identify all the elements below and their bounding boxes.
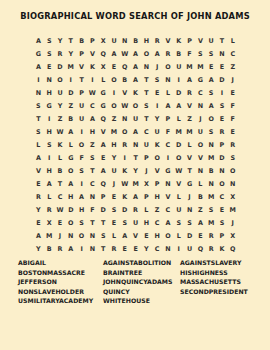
grid-cell-r14c9[interactable]: D — [119, 203, 130, 216]
grid-cell-r13c15[interactable]: J — [184, 190, 195, 203]
grid-cell-r4c3[interactable]: O — [55, 73, 66, 86]
grid-cell-r15c2[interactable]: X — [44, 216, 55, 229]
grid-cell-r1c13[interactable]: V — [163, 34, 174, 47]
grid-cell-r3c12[interactable]: J — [152, 60, 163, 73]
grid-cell-r7c8[interactable]: Z — [109, 112, 120, 125]
grid-cell-r6c1[interactable]: S — [33, 99, 44, 112]
grid-cell-r1c4[interactable]: T — [65, 34, 76, 47]
grid-cell-r12c8[interactable]: J — [109, 177, 120, 190]
grid-cell-r4c13[interactable]: N — [163, 73, 174, 86]
grid-cell-r5c16[interactable]: C — [195, 86, 206, 99]
grid-cell-r9c2[interactable]: S — [44, 138, 55, 151]
grid-cell-r1c14[interactable]: K — [173, 34, 184, 47]
grid-cell-r3c2[interactable]: E — [44, 60, 55, 73]
grid-cell-r8c5[interactable]: I — [76, 125, 87, 138]
grid-cell-r12c2[interactable]: A — [44, 177, 55, 190]
grid-cell-r16c5[interactable]: O — [76, 229, 87, 242]
grid-cell-r13c19[interactable]: X — [227, 190, 238, 203]
grid-cell-r16c3[interactable]: J — [55, 229, 66, 242]
grid-cell-r9c7[interactable]: A — [98, 138, 109, 151]
grid-cell-r12c15[interactable]: G — [184, 177, 195, 190]
grid-cell-r7c5[interactable]: U — [76, 112, 87, 125]
grid-cell-r7c3[interactable]: Z — [55, 112, 66, 125]
grid-cell-r2c11[interactable]: O — [141, 47, 152, 60]
grid-cell-r6c9[interactable]: W — [119, 99, 130, 112]
grid-cell-r17c4[interactable]: A — [65, 242, 76, 255]
grid-cell-r15c14[interactable]: S — [173, 216, 184, 229]
grid-cell-r16c7[interactable]: S — [98, 229, 109, 242]
grid-cell-r9c11[interactable]: U — [141, 138, 152, 151]
grid-cell-r13c3[interactable]: C — [55, 190, 66, 203]
grid-cell-r15c18[interactable]: S — [217, 216, 228, 229]
grid-cell-r7c13[interactable]: P — [163, 112, 174, 125]
grid-cell-r14c10[interactable]: R — [130, 203, 141, 216]
grid-cell-r15c19[interactable]: J — [227, 216, 238, 229]
grid-cell-r5c12[interactable]: E — [152, 86, 163, 99]
grid-cell-r12c6[interactable]: C — [87, 177, 98, 190]
grid-cell-r11c19[interactable]: O — [227, 164, 238, 177]
grid-cell-r2c1[interactable]: G — [33, 47, 44, 60]
grid-cell-r1c2[interactable]: S — [44, 34, 55, 47]
grid-cell-r10c12[interactable]: O — [152, 151, 163, 164]
grid-cell-r16c18[interactable]: P — [217, 229, 228, 242]
grid-cell-r9c15[interactable]: L — [184, 138, 195, 151]
grid-cell-r5c7[interactable]: G — [98, 86, 109, 99]
grid-cell-r3c17[interactable]: E — [206, 60, 217, 73]
grid-cell-r17c2[interactable]: B — [44, 242, 55, 255]
grid-cell-r17c5[interactable]: I — [76, 242, 87, 255]
grid-cell-r17c6[interactable]: N — [87, 242, 98, 255]
grid-cell-r6c2[interactable]: G — [44, 99, 55, 112]
grid-cell-r8c1[interactable]: S — [33, 125, 44, 138]
grid-cell-r5c19[interactable]: E — [227, 86, 238, 99]
grid-cell-r6c4[interactable]: Z — [65, 99, 76, 112]
grid-cell-r2c5[interactable]: P — [76, 47, 87, 60]
grid-cell-r13c18[interactable]: C — [217, 190, 228, 203]
grid-cell-r7c10[interactable]: U — [130, 112, 141, 125]
grid-cell-r2c2[interactable]: S — [44, 47, 55, 60]
grid-cell-r2c7[interactable]: Q — [98, 47, 109, 60]
grid-cell-r10c16[interactable]: V — [195, 151, 206, 164]
grid-cell-r10c17[interactable]: M — [206, 151, 217, 164]
grid-cell-r2c12[interactable]: A — [152, 47, 163, 60]
grid-cell-r1c3[interactable]: Y — [55, 34, 66, 47]
grid-cell-r17c17[interactable]: R — [206, 242, 217, 255]
grid-cell-r11c16[interactable]: N — [195, 164, 206, 177]
grid-cell-r4c18[interactable]: D — [217, 73, 228, 86]
grid-cell-r11c14[interactable]: W — [173, 164, 184, 177]
grid-cell-r1c9[interactable]: N — [119, 34, 130, 47]
grid-cell-r3c14[interactable]: U — [173, 60, 184, 73]
grid-cell-r5c1[interactable]: N — [33, 86, 44, 99]
grid-cell-r1c18[interactable]: T — [217, 34, 228, 47]
grid-cell-r12c17[interactable]: N — [206, 177, 217, 190]
grid-cell-r15c9[interactable]: S — [119, 216, 130, 229]
grid-cell-r17c3[interactable]: R — [55, 242, 66, 255]
grid-cell-r16c16[interactable]: E — [195, 229, 206, 242]
grid-cell-r7c1[interactable]: T — [33, 112, 44, 125]
grid-cell-r10c3[interactable]: L — [55, 151, 66, 164]
grid-cell-r2c15[interactable]: F — [184, 47, 195, 60]
grid-cell-r14c17[interactable]: S — [206, 203, 217, 216]
grid-cell-r3c10[interactable]: A — [130, 60, 141, 73]
grid-cell-r8c13[interactable]: F — [163, 125, 174, 138]
grid-cell-r17c7[interactable]: T — [98, 242, 109, 255]
grid-cell-r1c15[interactable]: P — [184, 34, 195, 47]
grid-cell-r2c3[interactable]: R — [55, 47, 66, 60]
grid-cell-r17c9[interactable]: E — [119, 242, 130, 255]
grid-cell-r5c17[interactable]: S — [206, 86, 217, 99]
grid-cell-r16c6[interactable]: N — [87, 229, 98, 242]
grid-cell-r15c6[interactable]: T — [87, 216, 98, 229]
grid-cell-r9c12[interactable]: K — [152, 138, 163, 151]
grid-cell-r3c4[interactable]: M — [65, 60, 76, 73]
grid-cell-r8c10[interactable]: A — [130, 125, 141, 138]
grid-cell-r5c18[interactable]: I — [217, 86, 228, 99]
grid-cell-r12c7[interactable]: Q — [98, 177, 109, 190]
grid-cell-r12c13[interactable]: N — [163, 177, 174, 190]
grid-cell-r13c7[interactable]: P — [98, 190, 109, 203]
grid-cell-r14c15[interactable]: N — [184, 203, 195, 216]
grid-cell-r8c3[interactable]: W — [55, 125, 66, 138]
grid-cell-r6c17[interactable]: A — [206, 99, 217, 112]
grid-cell-r12c14[interactable]: V — [173, 177, 184, 190]
grid-cell-r5c15[interactable]: R — [184, 86, 195, 99]
grid-cell-r1c10[interactable]: B — [130, 34, 141, 47]
grid-cell-r13c2[interactable]: L — [44, 190, 55, 203]
grid-cell-r2c17[interactable]: S — [206, 47, 217, 60]
grid-cell-r14c6[interactable]: F — [87, 203, 98, 216]
grid-cell-r8c16[interactable]: U — [195, 125, 206, 138]
grid-cell-r10c4[interactable]: G — [65, 151, 76, 164]
grid-cell-r9c3[interactable]: K — [55, 138, 66, 151]
grid-cell-r8c12[interactable]: U — [152, 125, 163, 138]
grid-cell-r6c14[interactable]: A — [173, 99, 184, 112]
grid-cell-r15c16[interactable]: A — [195, 216, 206, 229]
grid-cell-r9c16[interactable]: O — [195, 138, 206, 151]
grid-cell-r5c10[interactable]: K — [130, 86, 141, 99]
grid-cell-r11c17[interactable]: B — [206, 164, 217, 177]
grid-cell-r17c16[interactable]: Q — [195, 242, 206, 255]
grid-cell-r14c2[interactable]: R — [44, 203, 55, 216]
grid-cell-r7c14[interactable]: L — [173, 112, 184, 125]
grid-cell-r16c8[interactable]: L — [109, 229, 120, 242]
grid-cell-r11c1[interactable]: V — [33, 164, 44, 177]
grid-cell-r3c8[interactable]: E — [109, 60, 120, 73]
grid-cell-r14c11[interactable]: L — [141, 203, 152, 216]
grid-cell-r14c4[interactable]: D — [65, 203, 76, 216]
grid-cell-r7c9[interactable]: N — [119, 112, 130, 125]
grid-cell-r10c19[interactable]: S — [227, 151, 238, 164]
grid-cell-r1c11[interactable]: H — [141, 34, 152, 47]
grid-cell-r3c19[interactable]: Z — [227, 60, 238, 73]
grid-cell-r11c3[interactable]: B — [55, 164, 66, 177]
grid-cell-r17c18[interactable]: K — [217, 242, 228, 255]
grid-cell-r7c18[interactable]: E — [217, 112, 228, 125]
grid-cell-r15c8[interactable]: E — [109, 216, 120, 229]
grid-cell-r13c11[interactable]: P — [141, 190, 152, 203]
grid-cell-r6c11[interactable]: S — [141, 99, 152, 112]
grid-cell-r14c12[interactable]: Z — [152, 203, 163, 216]
grid-cell-r17c1[interactable]: Y — [33, 242, 44, 255]
grid-cell-r13c16[interactable]: B — [195, 190, 206, 203]
grid-cell-r10c15[interactable]: V — [184, 151, 195, 164]
grid-cell-r12c3[interactable]: T — [55, 177, 66, 190]
grid-cell-r12c12[interactable]: P — [152, 177, 163, 190]
grid-cell-r16c10[interactable]: V — [130, 229, 141, 242]
grid-cell-r3c7[interactable]: X — [98, 60, 109, 73]
grid-cell-r2c10[interactable]: A — [130, 47, 141, 60]
grid-cell-r8c6[interactable]: H — [87, 125, 98, 138]
grid-cell-r13c4[interactable]: H — [65, 190, 76, 203]
grid-cell-r17c13[interactable]: N — [163, 242, 174, 255]
grid-cell-r16c11[interactable]: E — [141, 229, 152, 242]
grid-cell-r8c9[interactable]: O — [119, 125, 130, 138]
grid-cell-r1c19[interactable]: L — [227, 34, 238, 47]
grid-cell-r13c12[interactable]: H — [152, 190, 163, 203]
grid-cell-r4c17[interactable]: A — [206, 73, 217, 86]
grid-cell-r15c1[interactable]: E — [33, 216, 44, 229]
grid-cell-r8c8[interactable]: M — [109, 125, 120, 138]
grid-cell-r11c4[interactable]: O — [65, 164, 76, 177]
grid-cell-r11c12[interactable]: V — [152, 164, 163, 177]
grid-cell-r14c16[interactable]: Z — [195, 203, 206, 216]
grid-cell-r13c13[interactable]: V — [163, 190, 174, 203]
grid-cell-r7c17[interactable]: O — [206, 112, 217, 125]
grid-cell-r10c6[interactable]: S — [87, 151, 98, 164]
grid-cell-r7c11[interactable]: T — [141, 112, 152, 125]
grid-cell-r2c16[interactable]: S — [195, 47, 206, 60]
grid-cell-r10c18[interactable]: D — [217, 151, 228, 164]
grid-cell-r5c9[interactable]: V — [119, 86, 130, 99]
grid-cell-r11c7[interactable]: A — [98, 164, 109, 177]
grid-cell-r6c5[interactable]: U — [76, 99, 87, 112]
grid-cell-r10c10[interactable]: T — [130, 151, 141, 164]
grid-cell-r1c7[interactable]: X — [98, 34, 109, 47]
grid-cell-r10c13[interactable]: I — [163, 151, 174, 164]
grid-cell-r10c9[interactable]: I — [119, 151, 130, 164]
grid-cell-r12c19[interactable]: N — [227, 177, 238, 190]
grid-cell-r12c1[interactable]: E — [33, 177, 44, 190]
grid-cell-r15c5[interactable]: S — [76, 216, 87, 229]
grid-cell-r5c13[interactable]: L — [163, 86, 174, 99]
grid-cell-r9c13[interactable]: C — [163, 138, 174, 151]
grid-cell-r6c15[interactable]: V — [184, 99, 195, 112]
grid-cell-r1c17[interactable]: U — [206, 34, 217, 47]
grid-cell-r13c8[interactable]: E — [109, 190, 120, 203]
grid-cell-r17c10[interactable]: E — [130, 242, 141, 255]
grid-cell-r13c14[interactable]: L — [173, 190, 184, 203]
grid-cell-r9c14[interactable]: D — [173, 138, 184, 151]
grid-cell-r3c18[interactable]: E — [217, 60, 228, 73]
grid-cell-r11c11[interactable]: J — [141, 164, 152, 177]
grid-cell-r8c4[interactable]: A — [65, 125, 76, 138]
grid-cell-r3c13[interactable]: O — [163, 60, 174, 73]
grid-cell-r1c16[interactable]: V — [195, 34, 206, 47]
grid-cell-r6c12[interactable]: I — [152, 99, 163, 112]
grid-cell-r15c12[interactable]: C — [152, 216, 163, 229]
grid-cell-r4c5[interactable]: T — [76, 73, 87, 86]
grid-cell-r8c7[interactable]: V — [98, 125, 109, 138]
grid-cell-r9c9[interactable]: R — [119, 138, 130, 151]
grid-cell-r10c14[interactable]: O — [173, 151, 184, 164]
grid-cell-r9c1[interactable]: L — [33, 138, 44, 151]
grid-cell-r15c13[interactable]: A — [163, 216, 174, 229]
grid-cell-r4c2[interactable]: N — [44, 73, 55, 86]
grid-cell-r4c1[interactable]: I — [33, 73, 44, 86]
grid-cell-r16c4[interactable]: N — [65, 229, 76, 242]
grid-cell-r9c17[interactable]: N — [206, 138, 217, 151]
grid-cell-r10c2[interactable]: I — [44, 151, 55, 164]
grid-cell-r9c6[interactable]: Z — [87, 138, 98, 151]
grid-cell-r8c15[interactable]: M — [184, 125, 195, 138]
grid-cell-r5c14[interactable]: D — [173, 86, 184, 99]
grid-cell-r6c10[interactable]: O — [130, 99, 141, 112]
grid-cell-r2c6[interactable]: V — [87, 47, 98, 60]
grid-cell-r6c16[interactable]: N — [195, 99, 206, 112]
grid-cell-r5c2[interactable]: H — [44, 86, 55, 99]
grid-cell-r6c13[interactable]: A — [163, 99, 174, 112]
grid-cell-r11c6[interactable]: T — [87, 164, 98, 177]
grid-cell-r7c12[interactable]: Y — [152, 112, 163, 125]
grid-cell-r1c1[interactable]: A — [33, 34, 44, 47]
grid-cell-r3c9[interactable]: Q — [119, 60, 130, 73]
grid-cell-r17c14[interactable]: I — [173, 242, 184, 255]
grid-cell-r11c9[interactable]: K — [119, 164, 130, 177]
grid-cell-r4c4[interactable]: I — [65, 73, 76, 86]
grid-cell-r6c18[interactable]: S — [217, 99, 228, 112]
grid-cell-r4c7[interactable]: L — [98, 73, 109, 86]
grid-cell-r6c3[interactable]: Y — [55, 99, 66, 112]
grid-cell-r5c6[interactable]: W — [87, 86, 98, 99]
grid-cell-r3c1[interactable]: A — [33, 60, 44, 73]
grid-cell-r15c15[interactable]: S — [184, 216, 195, 229]
grid-cell-r3c6[interactable]: K — [87, 60, 98, 73]
grid-cell-r15c11[interactable]: H — [141, 216, 152, 229]
grid-cell-r13c17[interactable]: M — [206, 190, 217, 203]
grid-cell-r2c19[interactable]: C — [227, 47, 238, 60]
grid-cell-r6c7[interactable]: G — [98, 99, 109, 112]
grid-cell-r9c19[interactable]: R — [227, 138, 238, 151]
grid-cell-r1c6[interactable]: P — [87, 34, 98, 47]
grid-cell-r4c16[interactable]: G — [195, 73, 206, 86]
grid-cell-r1c12[interactable]: R — [152, 34, 163, 47]
grid-cell-r14c13[interactable]: C — [163, 203, 174, 216]
grid-cell-r7c2[interactable]: I — [44, 112, 55, 125]
grid-cell-r4c11[interactable]: T — [141, 73, 152, 86]
grid-cell-r2c9[interactable]: W — [119, 47, 130, 60]
grid-cell-r3c11[interactable]: N — [141, 60, 152, 73]
grid-cell-r2c4[interactable]: Y — [65, 47, 76, 60]
grid-cell-r10c11[interactable]: P — [141, 151, 152, 164]
grid-cell-r13c6[interactable]: N — [87, 190, 98, 203]
grid-cell-r10c7[interactable]: E — [98, 151, 109, 164]
grid-cell-r4c10[interactable]: A — [130, 73, 141, 86]
grid-cell-r11c10[interactable]: Y — [130, 164, 141, 177]
grid-cell-r4c14[interactable]: I — [173, 73, 184, 86]
grid-cell-r16c9[interactable]: A — [119, 229, 130, 242]
grid-cell-r14c3[interactable]: W — [55, 203, 66, 216]
grid-cell-r16c12[interactable]: H — [152, 229, 163, 242]
grid-cell-r14c7[interactable]: D — [98, 203, 109, 216]
grid-cell-r6c6[interactable]: C — [87, 99, 98, 112]
grid-cell-r7c15[interactable]: Z — [184, 112, 195, 125]
grid-cell-r15c7[interactable]: T — [98, 216, 109, 229]
grid-cell-r4c9[interactable]: B — [119, 73, 130, 86]
grid-cell-r9c4[interactable]: L — [65, 138, 76, 151]
grid-cell-r12c5[interactable]: I — [76, 177, 87, 190]
grid-cell-r14c1[interactable]: Y — [33, 203, 44, 216]
grid-cell-r1c8[interactable]: U — [109, 34, 120, 47]
grid-cell-r14c18[interactable]: E — [217, 203, 228, 216]
grid-cell-r7c6[interactable]: A — [87, 112, 98, 125]
grid-cell-r16c14[interactable]: L — [173, 229, 184, 242]
grid-cell-r9c8[interactable]: H — [109, 138, 120, 151]
grid-cell-r3c3[interactable]: D — [55, 60, 66, 73]
grid-cell-r7c4[interactable]: B — [65, 112, 76, 125]
grid-cell-r16c1[interactable]: A — [33, 229, 44, 242]
grid-cell-r2c8[interactable]: A — [109, 47, 120, 60]
grid-cell-r4c8[interactable]: O — [109, 73, 120, 86]
grid-cell-r7c7[interactable]: Q — [98, 112, 109, 125]
grid-cell-r13c1[interactable]: R — [33, 190, 44, 203]
grid-cell-r12c16[interactable]: L — [195, 177, 206, 190]
grid-cell-r15c17[interactable]: M — [206, 216, 217, 229]
grid-cell-r5c8[interactable]: I — [109, 86, 120, 99]
grid-cell-r12c10[interactable]: M — [130, 177, 141, 190]
grid-cell-r8c14[interactable]: M — [173, 125, 184, 138]
grid-cell-r13c5[interactable]: A — [76, 190, 87, 203]
grid-cell-r15c4[interactable]: O — [65, 216, 76, 229]
grid-cell-r14c19[interactable]: M — [227, 203, 238, 216]
grid-cell-r2c14[interactable]: B — [173, 47, 184, 60]
grid-cell-r4c19[interactable]: J — [227, 73, 238, 86]
grid-cell-r8c2[interactable]: H — [44, 125, 55, 138]
grid-cell-r3c15[interactable]: M — [184, 60, 195, 73]
grid-cell-r17c8[interactable]: R — [109, 242, 120, 255]
grid-cell-r10c5[interactable]: F — [76, 151, 87, 164]
grid-cell-r16c2[interactable]: M — [44, 229, 55, 242]
grid-cell-r14c14[interactable]: U — [173, 203, 184, 216]
grid-cell-r4c12[interactable]: S — [152, 73, 163, 86]
grid-cell-r6c8[interactable]: O — [109, 99, 120, 112]
grid-cell-r8c11[interactable]: C — [141, 125, 152, 138]
grid-cell-r2c18[interactable]: N — [217, 47, 228, 60]
grid-cell-r9c5[interactable]: O — [76, 138, 87, 151]
grid-cell-r10c8[interactable]: Y — [109, 151, 120, 164]
grid-cell-r3c16[interactable]: M — [195, 60, 206, 73]
grid-cell-r14c5[interactable]: H — [76, 203, 87, 216]
grid-cell-r11c2[interactable]: H — [44, 164, 55, 177]
grid-cell-r10c1[interactable]: A — [33, 151, 44, 164]
grid-cell-r12c9[interactable]: W — [119, 177, 130, 190]
grid-cell-r16c15[interactable]: D — [184, 229, 195, 242]
grid-cell-r12c11[interactable]: X — [141, 177, 152, 190]
grid-cell-r13c10[interactable]: A — [130, 190, 141, 203]
grid-cell-r2c13[interactable]: R — [163, 47, 174, 60]
grid-cell-r11c18[interactable]: N — [217, 164, 228, 177]
grid-cell-r5c3[interactable]: U — [55, 86, 66, 99]
grid-cell-r12c4[interactable]: A — [65, 177, 76, 190]
grid-cell-r7c19[interactable]: F — [227, 112, 238, 125]
grid-cell-r11c8[interactable]: U — [109, 164, 120, 177]
grid-cell-r13c9[interactable]: K — [119, 190, 130, 203]
grid-cell-r9c10[interactable]: N — [130, 138, 141, 151]
grid-cell-r12c18[interactable]: O — [217, 177, 228, 190]
grid-cell-r16c17[interactable]: R — [206, 229, 217, 242]
grid-cell-r7c16[interactable]: J — [195, 112, 206, 125]
grid-cell-r4c6[interactable]: I — [87, 73, 98, 86]
